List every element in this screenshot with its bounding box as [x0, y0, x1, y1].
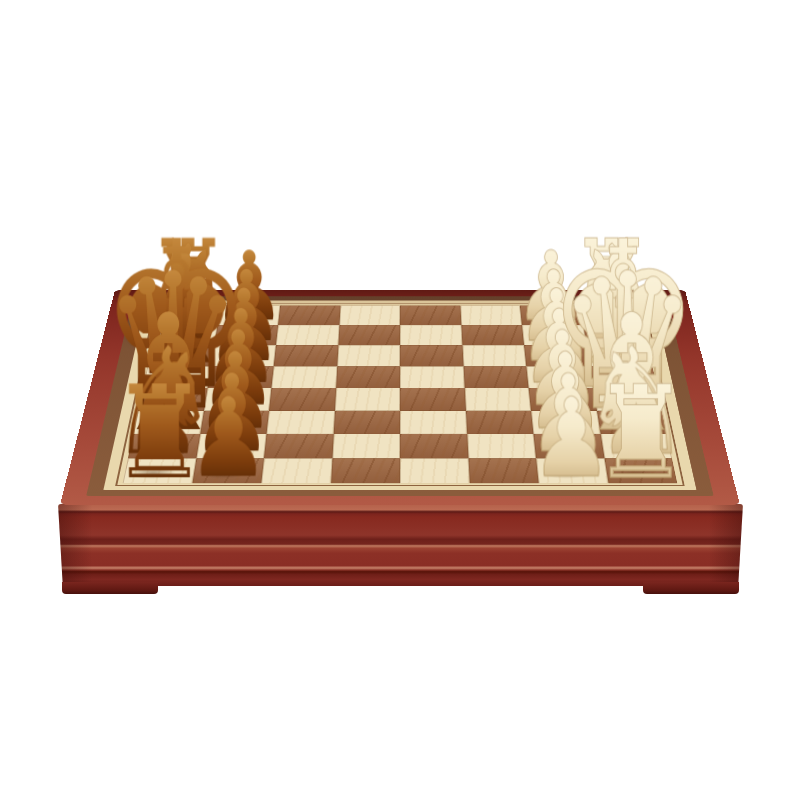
square-a2 — [536, 458, 608, 483]
shadow-h8 — [154, 310, 211, 323]
shadow-a8 — [120, 465, 186, 482]
square-e6 — [271, 366, 336, 388]
square-e5 — [336, 366, 400, 388]
square-h5 — [339, 305, 400, 325]
knight-glyph: ♞ — [134, 227, 236, 362]
piece-black-pawn-c7: ♟ — [188, 338, 282, 443]
bishop-glyph: ♝ — [123, 234, 238, 387]
piece-black-rook-a8: ♜ — [102, 368, 217, 497]
pinstripe — [115, 304, 685, 486]
rook-glyph: ♜ — [592, 368, 689, 497]
queen-glyph: ♛ — [102, 248, 244, 437]
piece-black-queen-d8: ♛ — [88, 248, 257, 437]
square-b1 — [600, 434, 672, 458]
square-h7 — [217, 305, 280, 325]
pawn-glyph: ♟ — [515, 238, 587, 334]
king-glyph: ♚ — [546, 214, 699, 417]
square-d2 — [529, 388, 597, 411]
square-a7 — [192, 458, 264, 483]
bishop-glyph: ♝ — [108, 293, 229, 454]
square-a8 — [123, 458, 196, 483]
square-b7 — [196, 434, 267, 458]
shadow-e2 — [524, 372, 584, 386]
checker-grid — [123, 305, 678, 483]
pawn-glyph: ♟ — [531, 383, 613, 492]
shadow-c2 — [529, 416, 591, 431]
mahogany-box-front — [58, 504, 743, 586]
piece-black-bishop-c8: ♝ — [96, 293, 241, 454]
knight-glyph: ♞ — [580, 327, 692, 475]
piece-black-rook-h8: ♜ — [138, 225, 239, 338]
shadow-d1 — [591, 394, 653, 409]
shadow-b8 — [126, 440, 190, 456]
shadow-h2 — [518, 310, 575, 323]
square-f8 — [147, 345, 213, 366]
piece-white-knight-g1: ♞ — [555, 227, 676, 362]
square-h8 — [156, 305, 220, 325]
shadow-e7 — [205, 372, 265, 386]
perspective-world: ♜♟♟♜♞♟♟♞♝♟♟♝♚♟♟♚♛♟♟♛♝♟♟♝♞♟♟♞♜♟♟♜ — [0, 0, 800, 800]
shadow-h1 — [578, 310, 635, 323]
square-a4 — [400, 458, 469, 483]
piece-black-bishop-f8: ♝ — [113, 234, 250, 387]
square-c1 — [596, 411, 666, 434]
square-h2 — [520, 305, 583, 325]
square-f2 — [524, 345, 589, 366]
square-d5 — [335, 388, 400, 411]
square-d7 — [204, 388, 272, 411]
pawn-glyph: ♟ — [195, 338, 274, 443]
square-c5 — [333, 411, 400, 434]
shadow-d2 — [527, 394, 588, 409]
shadow-g2 — [520, 330, 578, 343]
square-a6 — [261, 458, 332, 483]
square-c3 — [465, 411, 533, 434]
pawn-glyph: ♟ — [517, 257, 591, 355]
shadow-a2 — [534, 465, 599, 482]
piece-black-pawn-d7: ♟ — [192, 317, 284, 420]
square-b2 — [533, 434, 604, 458]
box-foot-right — [643, 582, 739, 594]
queen-glyph: ♛ — [556, 248, 698, 437]
square-b4 — [400, 434, 468, 458]
shadow-b2 — [532, 440, 595, 456]
piece-white-bishop-c1: ♝ — [559, 293, 704, 454]
piece-black-pawn-e7: ♟ — [195, 296, 286, 397]
square-a3 — [468, 458, 539, 483]
square-h6 — [278, 305, 340, 325]
square-d8 — [138, 388, 207, 411]
pawn-glyph: ♟ — [191, 360, 272, 467]
square-e4 — [400, 366, 464, 388]
square-c7 — [200, 411, 269, 434]
piece-white-pawn-a2: ♟ — [523, 383, 621, 492]
walnut-band — [86, 296, 714, 496]
piece-white-pawn-h2: ♟ — [508, 238, 594, 334]
bishop-glyph: ♝ — [571, 293, 692, 454]
bishop-glyph: ♝ — [562, 234, 677, 387]
king-glyph: ♚ — [100, 214, 253, 417]
square-b8 — [128, 434, 200, 458]
pawn-glyph: ♟ — [209, 257, 283, 355]
piece-black-pawn-f7: ♟ — [199, 276, 288, 375]
piece-white-rook-h1: ♜ — [561, 225, 662, 338]
square-g7 — [214, 325, 278, 345]
piece-white-pawn-e2: ♟ — [514, 296, 605, 397]
piece-black-pawn-h7: ♟ — [206, 238, 292, 334]
chess-set-photo: ♜♟♟♜♞♟♟♞♝♟♟♝♚♟♟♚♛♟♟♛♝♟♟♝♞♟♟♞♜♟♟♜ — [0, 0, 800, 800]
square-e8 — [143, 366, 211, 388]
pawn-glyph: ♟ — [519, 276, 594, 375]
maple-border — [103, 301, 696, 490]
square-g8 — [152, 325, 217, 345]
piece-black-knight-g8: ♞ — [124, 227, 245, 362]
square-b3 — [467, 434, 536, 458]
shadow-d8 — [136, 394, 198, 409]
piece-black-pawn-b7: ♟ — [184, 360, 280, 467]
square-f7 — [211, 345, 276, 366]
square-c4 — [400, 411, 467, 434]
square-f6 — [274, 345, 338, 366]
pawn-glyph: ♟ — [213, 238, 285, 334]
shadow-b7 — [194, 440, 257, 456]
shadow-e1 — [588, 372, 649, 386]
shadow-g7 — [212, 330, 270, 343]
piece-black-king-e8: ♚ — [86, 214, 268, 417]
piece-black-knight-b8: ♞ — [98, 327, 231, 475]
shadow-f2 — [522, 351, 581, 365]
piece-white-pawn-f2: ♟ — [512, 276, 601, 375]
square-h3 — [460, 305, 522, 325]
shadow-c7 — [198, 416, 260, 431]
square-e1 — [589, 366, 657, 388]
square-f4 — [400, 345, 463, 366]
piece-white-pawn-b2: ♟ — [520, 360, 616, 467]
square-f5 — [337, 345, 400, 366]
square-c8 — [133, 411, 203, 434]
square-h1 — [580, 305, 644, 325]
square-g3 — [461, 325, 524, 345]
square-g1 — [583, 325, 648, 345]
square-c2 — [531, 411, 600, 434]
piece-white-bishop-f1: ♝ — [551, 234, 688, 387]
knight-glyph: ♞ — [564, 227, 666, 362]
shadow-f1 — [585, 351, 644, 365]
shadow-a7 — [190, 465, 255, 482]
square-a5 — [331, 458, 400, 483]
shadow-e8 — [141, 372, 202, 386]
square-c6 — [267, 411, 335, 434]
piece-black-pawn-a7: ♟ — [179, 383, 277, 492]
rook-glyph: ♜ — [111, 368, 208, 497]
pawn-glyph: ♟ — [199, 317, 277, 420]
chess-board: ♜♟♟♜♞♟♟♞♝♟♟♝♚♟♟♚♛♟♟♛♝♟♟♝♞♟♟♞♜♟♟♜ — [60, 290, 740, 505]
pawn-glyph: ♟ — [526, 338, 605, 443]
knight-glyph: ♞ — [108, 327, 220, 475]
square-d1 — [593, 388, 662, 411]
shadow-f7 — [208, 351, 267, 365]
square-g4 — [400, 325, 462, 345]
box-foot-left — [62, 582, 158, 594]
pawn-glyph: ♟ — [187, 383, 269, 492]
piece-white-queen-d1: ♛ — [543, 248, 712, 437]
pawn-glyph: ♟ — [528, 360, 609, 467]
square-d3 — [464, 388, 531, 411]
shadow-f8 — [145, 351, 205, 365]
square-a1 — [604, 458, 677, 483]
rook-glyph: ♜ — [569, 225, 654, 338]
piece-white-pawn-d2: ♟ — [516, 317, 608, 420]
shadow-b1 — [599, 440, 663, 456]
shadow-a1 — [602, 465, 667, 482]
square-e2 — [526, 366, 593, 388]
piece-white-knight-b1: ♞ — [569, 327, 702, 475]
shadow-g8 — [150, 330, 208, 343]
square-d6 — [269, 388, 336, 411]
piece-white-pawn-g2: ♟ — [510, 257, 598, 355]
square-g5 — [338, 325, 400, 345]
square-b5 — [332, 434, 400, 458]
pawn-glyph: ♟ — [203, 296, 279, 397]
piece-white-pawn-c2: ♟ — [518, 338, 612, 443]
square-b6 — [264, 434, 333, 458]
square-g6 — [276, 325, 339, 345]
square-g2 — [522, 325, 586, 345]
piece-shadows — [60, 290, 740, 505]
shadow-c8 — [131, 416, 194, 431]
rook-glyph: ♜ — [146, 225, 231, 338]
square-f1 — [586, 345, 652, 366]
square-e3 — [463, 366, 528, 388]
square-e7 — [207, 366, 274, 388]
shadow-g1 — [581, 330, 639, 343]
square-f3 — [462, 345, 526, 366]
square-d4 — [400, 388, 465, 411]
shadow-h7 — [215, 310, 272, 323]
piece-white-rook-a1: ♜ — [583, 368, 698, 497]
shadow-c1 — [595, 416, 658, 431]
shadow-d7 — [201, 394, 262, 409]
pawn-glyph: ♟ — [521, 296, 597, 397]
piece-black-pawn-g7: ♟ — [202, 257, 290, 355]
square-h4 — [400, 305, 461, 325]
piece-white-king-e1: ♚ — [532, 214, 714, 417]
pawn-glyph: ♟ — [523, 317, 601, 420]
pawn-glyph: ♟ — [206, 276, 281, 375]
